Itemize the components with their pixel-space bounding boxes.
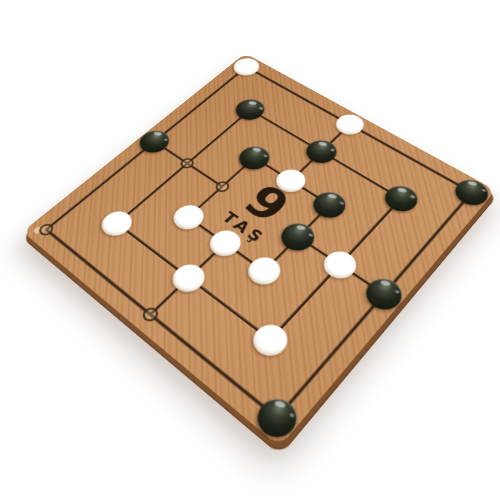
piece-white-d3[interactable] bbox=[203, 226, 247, 262]
piece-black-d6[interactable] bbox=[300, 136, 343, 168]
piece-white-a7[interactable] bbox=[228, 55, 264, 79]
piece-black-e5[interactable] bbox=[307, 187, 352, 223]
product-photo: 9 TAŞ bbox=[0, 0, 500, 500]
piece-white-b2[interactable] bbox=[96, 207, 138, 241]
point-a1[interactable] bbox=[36, 222, 56, 238]
piece-white-d7[interactable] bbox=[330, 111, 369, 139]
piece-white-d5[interactable] bbox=[270, 165, 311, 197]
pieces-layer bbox=[22, 53, 495, 447]
piece-black-a4[interactable] bbox=[134, 126, 175, 157]
piece-black-c5[interactable] bbox=[233, 142, 276, 174]
piece-black-g7[interactable] bbox=[449, 175, 494, 210]
piece-black-b6[interactable] bbox=[230, 96, 270, 125]
piece-white-d2[interactable] bbox=[166, 259, 211, 297]
piece-white-c3[interactable] bbox=[167, 201, 209, 235]
piece-black-g1[interactable] bbox=[250, 392, 305, 445]
piece-black-f6[interactable] bbox=[378, 181, 423, 217]
piece-white-e3[interactable] bbox=[242, 252, 287, 290]
piece-black-g4[interactable] bbox=[359, 273, 408, 316]
piece-white-f2[interactable] bbox=[246, 318, 294, 362]
point-c4[interactable] bbox=[213, 179, 232, 194]
piece-white-f4[interactable] bbox=[317, 246, 362, 284]
point-d1[interactable] bbox=[140, 305, 162, 324]
morris-board: 9 TAŞ bbox=[22, 53, 495, 447]
point-b4[interactable] bbox=[178, 156, 197, 170]
piece-black-e4[interactable] bbox=[275, 218, 321, 256]
